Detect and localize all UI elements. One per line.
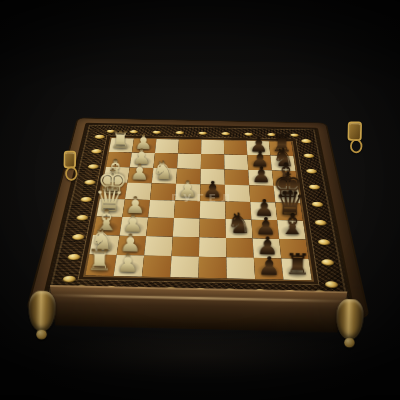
chess-board: ♜♞♝♛♚♝♜♟♟♟♟♟♟♟♟♞♜♝♛♚♝♞♜♟♟♟♟♟♟♟♟♞	[83, 137, 314, 281]
piece-black-pawn-a7: ♟	[254, 258, 284, 280]
left-side-handle	[64, 151, 77, 169]
square-h5	[201, 140, 224, 155]
brass-rosette	[62, 276, 76, 283]
square-g5	[201, 154, 225, 169]
square-b5	[199, 237, 226, 257]
square-b4	[172, 237, 200, 257]
brass-rosette	[325, 281, 339, 288]
carved-border-band: ♜♞♝♛♚♝♜♟♟♟♟♟♟♟♟♞♜♝♛♚♝♞♜♟♟♟♟♟♟♟♟♞	[41, 123, 354, 309]
photo-black-backdrop: ♜♞♝♛♚♝♜♟♟♟♟♟♟♟♟♞♜♝♛♚♝♞♜♟♟♟♟♟♟♟♟♞ ГУГЕЛ	[0, 0, 400, 400]
right-side-handle	[348, 121, 362, 141]
square-a5	[199, 257, 227, 279]
brass-rosette	[318, 239, 331, 245]
piece-white-pawn-a2: ♟	[114, 255, 145, 277]
pawn-glyph: ♟	[102, 250, 153, 276]
square-a4	[170, 256, 199, 278]
square-c4	[173, 218, 200, 237]
brass-rosette	[221, 132, 230, 135]
pawn-glyph: ♟	[244, 253, 295, 279]
square-h4	[178, 139, 201, 154]
brass-rosette	[198, 132, 206, 135]
brass-rosette	[175, 131, 184, 134]
photo-watermark: ГУГЕЛ	[148, 192, 258, 205]
